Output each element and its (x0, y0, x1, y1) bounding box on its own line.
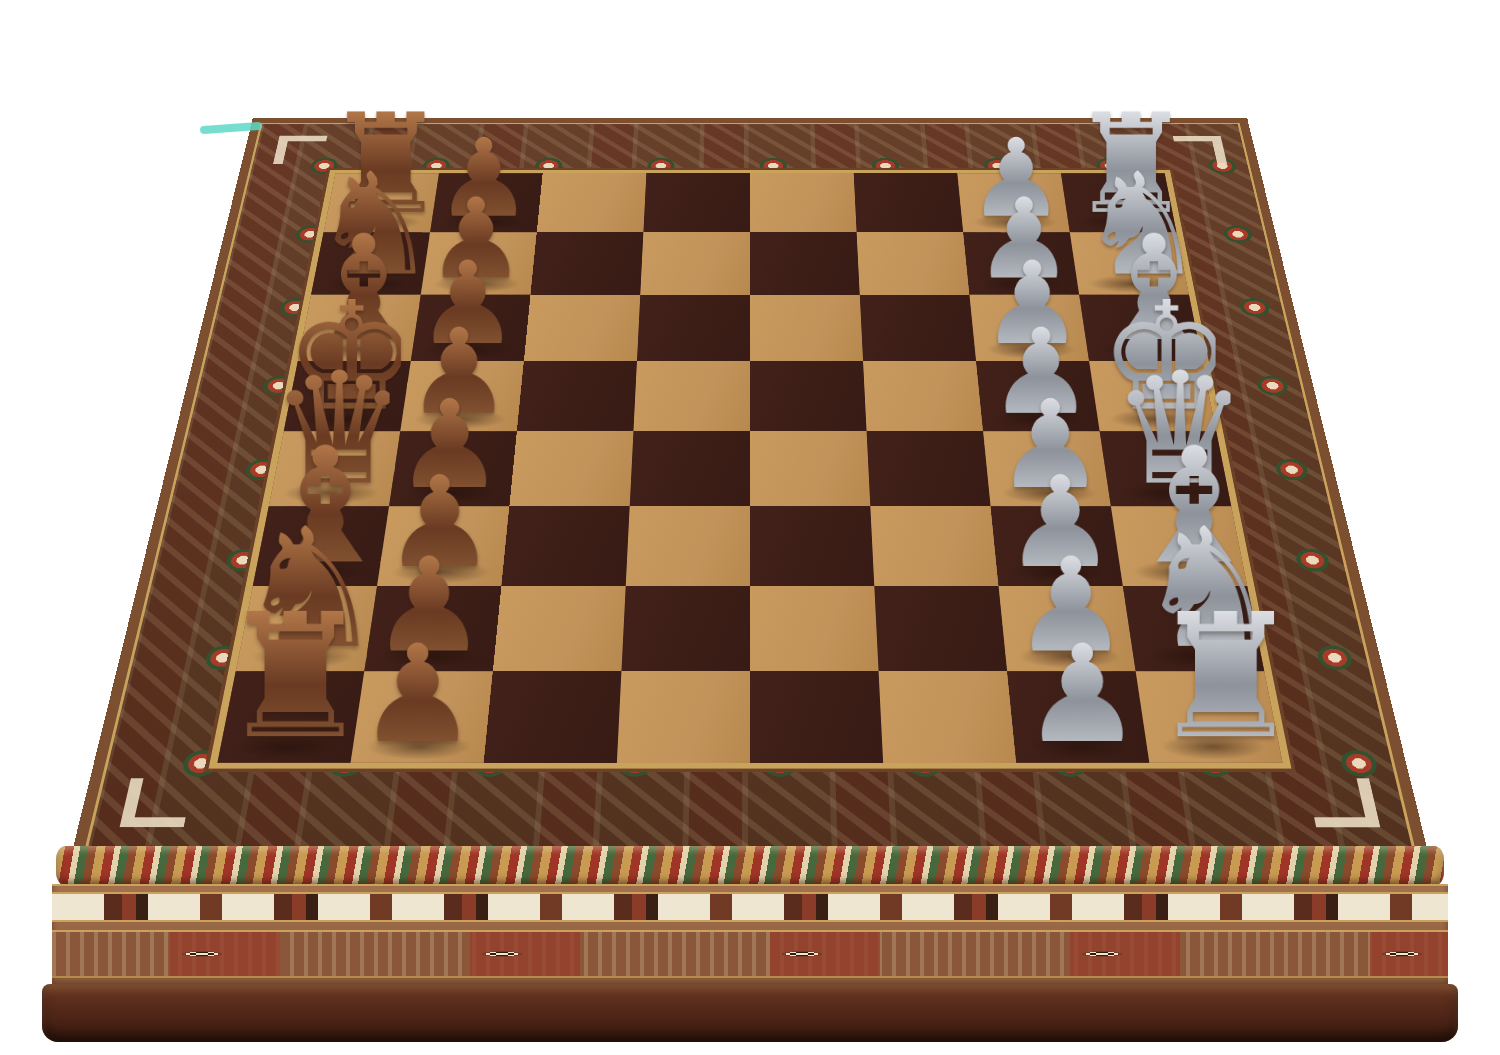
square-h3 (537, 173, 647, 232)
square-g6 (857, 232, 970, 294)
square-c6 (870, 506, 998, 586)
square-b4 (621, 586, 750, 671)
square-d4 (630, 431, 750, 506)
chess-set-photo: ♜♟♟♜♞♟♟♞♝♟♟♝♚♟♟♚♛♟♟♛♝♟♟♝♞♟♟♞♜♟♟♜ (0, 0, 1500, 1055)
square-g4 (640, 232, 750, 294)
square-a5 (750, 671, 883, 762)
square-c5 (750, 506, 874, 586)
square-b5 (750, 586, 879, 671)
square-c4 (626, 506, 750, 586)
square-d5 (750, 431, 870, 506)
square-b6 (874, 586, 1007, 671)
square-f6 (860, 295, 976, 361)
square-g3 (531, 232, 644, 294)
square-a4 (617, 671, 750, 762)
board-perspective-wrap: ♜♟♟♜♞♟♟♞♝♟♟♝♚♟♟♚♛♟♟♛♝♟♟♝♞♟♟♞♜♟♟♜ (70, 118, 1430, 860)
square-c3 (501, 506, 629, 586)
black-rook-a8: ♜ (1149, 595, 1282, 758)
square-d3 (509, 431, 633, 506)
square-a8: ♜ (1136, 671, 1283, 762)
checkerboard: ♜♟♟♜♞♟♟♞♝♟♟♝♚♟♟♚♛♟♟♛♝♟♟♝♞♟♟♞♜♟♟♜ (209, 170, 1292, 769)
square-h6 (854, 173, 964, 232)
white-rook-a1: ♜ (218, 595, 351, 758)
square-a3 (484, 671, 622, 762)
rope-edge-band (56, 846, 1444, 886)
inlay-band-medallions (52, 930, 1448, 978)
inlay-band-rectangles (52, 892, 1448, 922)
square-f3 (524, 295, 640, 361)
corner-inlay (120, 778, 194, 827)
square-a1: ♜ (217, 671, 364, 762)
board-top-surface: ♜♟♟♜♞♟♟♞♝♟♟♝♚♟♟♚♛♟♟♛♝♟♟♝♞♟♟♞♜♟♟♜ (70, 118, 1430, 860)
square-f5 (750, 295, 863, 361)
corner-inlay (1306, 778, 1380, 827)
box-side-face (52, 884, 1448, 986)
square-a6 (879, 671, 1017, 762)
black-pawn-a7: ♟ (1016, 630, 1149, 758)
square-g5 (750, 232, 860, 294)
square-f4 (637, 295, 750, 361)
square-e3 (517, 361, 637, 431)
square-d6 (867, 431, 991, 506)
square-b3 (493, 586, 626, 671)
square-a7: ♟ (1007, 671, 1149, 762)
square-h5 (750, 173, 857, 232)
square-e6 (863, 361, 983, 431)
square-h4 (643, 173, 750, 232)
base-plinth (42, 984, 1458, 1042)
square-e5 (750, 361, 867, 431)
square-e4 (633, 361, 750, 431)
